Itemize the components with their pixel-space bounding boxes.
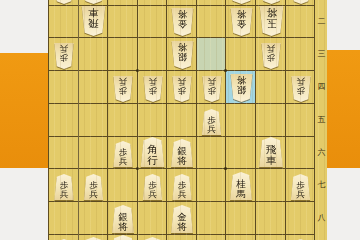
piece-kanji: 歩 [290, 86, 312, 96]
square-8-8[interactable] [78, 201, 107, 234]
piece-gote-桂馬-21[interactable]: 桂馬 [259, 0, 284, 4]
square-7-2[interactable] [107, 5, 137, 37]
square-9-4[interactable] [48, 70, 78, 103]
square-1-3[interactable] [285, 37, 315, 70]
piece-face: 歩兵 [53, 43, 75, 69]
piece-kanji: 兵 [142, 76, 164, 86]
piece-kanji: 銀 [170, 52, 195, 63]
piece-face: 歩兵 [53, 174, 75, 200]
right-margin-bar [327, 50, 360, 168]
piece-kanji: 将 [170, 41, 195, 52]
piece-face: 歩兵 [142, 174, 164, 200]
piece-face: 歩兵 [171, 174, 193, 200]
piece-kanji: 将 [170, 222, 195, 233]
piece-face: 角行 [228, 0, 255, 4]
piece-face: 桂馬 [229, 172, 254, 200]
piece-sente-桂馬-37[interactable]: 桂馬 [229, 172, 254, 200]
piece-sente-歩兵-87[interactable]: 歩兵 [83, 174, 105, 200]
piece-face: 歩兵 [142, 76, 164, 102]
piece-kanji: 金 [229, 19, 254, 30]
piece-face: 歩兵 [83, 174, 105, 200]
piece-face: 金将 [170, 8, 195, 36]
square-1-5[interactable] [285, 103, 315, 136]
square-9-5[interactable] [48, 103, 78, 136]
piece-face: 歩兵 [201, 76, 223, 102]
square-8-5[interactable] [78, 103, 107, 136]
piece-kanji: 兵 [112, 76, 134, 86]
hoshi-star-point [224, 69, 227, 72]
square-3-9[interactable] [225, 234, 255, 240]
piece-kanji: 玉 [258, 18, 285, 30]
square-8-3[interactable] [78, 37, 107, 70]
rank-label-3: 三 [316, 49, 327, 58]
piece-kanji: 兵 [112, 157, 134, 167]
hoshi-star-point [136, 167, 139, 170]
piece-kanji: 兵 [83, 190, 105, 200]
rank-label-8: 八 [316, 213, 327, 222]
piece-kanji: 歩 [171, 86, 193, 96]
piece-kanji: 将 [229, 8, 254, 19]
square-6-3[interactable] [137, 37, 166, 70]
piece-sente-飛車-26[interactable]: 飛車 [258, 137, 285, 167]
square-4-7[interactable] [196, 168, 225, 201]
piece-kanji: 馬 [229, 189, 254, 200]
piece-kanji: 兵 [171, 190, 193, 200]
piece-kanji: 兵 [53, 43, 75, 53]
piece-kanji: 将 [258, 6, 285, 18]
square-4-3[interactable] [196, 37, 225, 70]
piece-face: 銀将 [111, 205, 136, 233]
piece-kanji: 歩 [112, 86, 134, 96]
rank-label-7: 七 [316, 180, 327, 189]
piece-gote-歩兵-54[interactable]: 歩兵 [171, 76, 193, 102]
piece-gote-歩兵-93[interactable]: 歩兵 [53, 43, 75, 69]
square-9-6[interactable] [48, 136, 78, 168]
square-5-5[interactable] [166, 103, 196, 136]
piece-sente-金将-58[interactable]: 金将 [170, 205, 195, 233]
piece-kanji: 車 [258, 155, 285, 167]
piece-sente-銀将-56[interactable]: 銀将 [170, 139, 195, 167]
piece-face: 玉将 [110, 235, 137, 240]
piece-gote-金将-52[interactable]: 金将 [170, 8, 195, 36]
square-2-5[interactable] [255, 103, 285, 136]
square-4-6[interactable] [196, 136, 225, 168]
piece-face: 金将 [229, 8, 254, 36]
square-2-7[interactable] [255, 168, 285, 201]
square-8-6[interactable] [78, 136, 107, 168]
piece-sente-歩兵-97[interactable]: 歩兵 [53, 174, 75, 200]
piece-face: 歩兵 [201, 109, 223, 135]
shogi-board: 香車桂馬角行桂馬香車飛車金将金将玉将歩兵銀将歩兵歩兵歩兵歩兵歩兵銀将歩兵歩兵歩兵… [48, 0, 315, 240]
piece-sente-歩兵-67[interactable]: 歩兵 [142, 174, 164, 200]
square-2-4[interactable] [255, 70, 285, 103]
square-4-2[interactable] [196, 5, 225, 37]
piece-face: 角行 [139, 137, 166, 167]
square-8-4[interactable] [78, 70, 107, 103]
piece-gote-歩兵-64[interactable]: 歩兵 [142, 76, 164, 102]
piece-sente-歩兵-17[interactable]: 歩兵 [290, 174, 312, 200]
piece-face: 桂馬 [81, 0, 106, 4]
piece-face: 桂馬 [259, 0, 284, 4]
square-5-9[interactable] [166, 234, 196, 240]
piece-kanji: 銀 [229, 85, 254, 96]
piece-kanji: 将 [170, 8, 195, 19]
square-4-8[interactable] [196, 201, 225, 234]
piece-gote-歩兵-23[interactable]: 歩兵 [260, 43, 282, 69]
left-margin-bar [0, 53, 48, 168]
piece-kanji: 兵 [201, 76, 223, 86]
piece-kanji: 飛 [80, 18, 107, 30]
piece-face: 歩兵 [290, 174, 312, 200]
piece-gote-玉将-22[interactable]: 玉将 [258, 6, 285, 36]
square-3-8[interactable] [225, 201, 255, 234]
piece-gote-角行-31[interactable]: 角行 [228, 0, 255, 4]
piece-kanji: 行 [139, 155, 166, 167]
square-7-3[interactable] [107, 37, 137, 70]
piece-gote-銀将-34[interactable]: 銀将 [229, 74, 254, 102]
piece-kanji: 兵 [171, 76, 193, 86]
piece-face: 飛車 [258, 137, 285, 167]
piece-face: 銀将 [170, 139, 195, 167]
rank-label-5: 五 [316, 115, 327, 124]
piece-kanji: 兵 [290, 76, 312, 86]
rank-label-2: 二 [316, 17, 327, 26]
piece-gote-飛車-82[interactable]: 飛車 [80, 6, 107, 36]
piece-gote-歩兵-74[interactable]: 歩兵 [112, 76, 134, 102]
piece-face: 歩兵 [112, 76, 134, 102]
piece-kanji: 兵 [290, 190, 312, 200]
piece-kanji: 将 [229, 74, 254, 85]
square-9-2[interactable] [48, 5, 78, 37]
piece-gote-香車-11[interactable]: 香車 [290, 0, 312, 4]
piece-gote-桂馬-81[interactable]: 桂馬 [81, 0, 106, 4]
rank-label-4: 四 [316, 82, 327, 91]
piece-face: 歩兵 [171, 76, 193, 102]
piece-sente-銀将-78[interactable]: 銀将 [111, 205, 136, 233]
piece-kanji: 歩 [53, 53, 75, 63]
square-7-7[interactable] [107, 168, 137, 201]
square-6-8[interactable] [137, 201, 166, 234]
piece-face: 飛車 [80, 6, 107, 36]
square-9-8[interactable] [48, 201, 78, 234]
piece-sente-歩兵-57[interactable]: 歩兵 [171, 174, 193, 200]
square-2-9[interactable] [255, 234, 285, 240]
piece-gote-香車-91[interactable]: 香車 [53, 0, 75, 4]
piece-face: 歩兵 [112, 141, 134, 167]
piece-gote-歩兵-44[interactable]: 歩兵 [201, 76, 223, 102]
rank-label-6: 六 [316, 148, 327, 157]
piece-face: 銀将 [170, 41, 195, 69]
piece-sente-歩兵-45[interactable]: 歩兵 [201, 109, 223, 135]
shogi-app-screenshot: 香車桂馬角行桂馬香車飛車金将金将玉将歩兵銀将歩兵歩兵歩兵歩兵歩兵銀将歩兵歩兵歩兵… [0, 0, 360, 240]
square-3-5[interactable] [225, 103, 255, 136]
square-7-5[interactable] [107, 103, 137, 136]
piece-kanji: 歩 [201, 86, 223, 96]
piece-kanji: 歩 [260, 53, 282, 63]
piece-face: 玉将 [258, 6, 285, 36]
piece-kanji: 兵 [53, 190, 75, 200]
piece-kanji: 兵 [201, 125, 223, 135]
square-3-6[interactable] [225, 136, 255, 168]
piece-kanji: 金 [170, 19, 195, 30]
piece-face: 金将 [170, 205, 195, 233]
piece-gote-歩兵-14[interactable]: 歩兵 [290, 76, 312, 102]
square-6-2[interactable] [137, 5, 166, 37]
piece-face: 香車 [290, 0, 312, 4]
square-1-6[interactable] [285, 136, 315, 168]
square-2-8[interactable] [255, 201, 285, 234]
hoshi-star-point [136, 69, 139, 72]
piece-face: 歩兵 [290, 76, 312, 102]
piece-sente-玉将-79[interactable]: 玉将 [110, 235, 137, 240]
piece-sente-角行-66[interactable]: 角行 [139, 137, 166, 167]
piece-kanji: 将 [111, 222, 136, 233]
piece-sente-歩兵-76[interactable]: 歩兵 [112, 141, 134, 167]
piece-kanji: 兵 [260, 43, 282, 53]
piece-kanji: 将 [170, 156, 195, 167]
square-4-9[interactable] [196, 234, 225, 240]
square-6-5[interactable] [137, 103, 166, 136]
square-1-2[interactable] [285, 5, 315, 37]
piece-kanji: 歩 [142, 86, 164, 96]
piece-face: 銀将 [229, 74, 254, 102]
square-3-3[interactable] [225, 37, 255, 70]
piece-gote-銀将-53[interactable]: 銀将 [170, 41, 195, 69]
piece-face: 歩兵 [260, 43, 282, 69]
piece-kanji: 兵 [142, 190, 164, 200]
hoshi-star-point [224, 167, 227, 170]
square-1-8[interactable] [285, 201, 315, 234]
piece-face: 香車 [53, 0, 75, 4]
piece-gote-金将-32[interactable]: 金将 [229, 8, 254, 36]
piece-kanji: 車 [80, 6, 107, 18]
